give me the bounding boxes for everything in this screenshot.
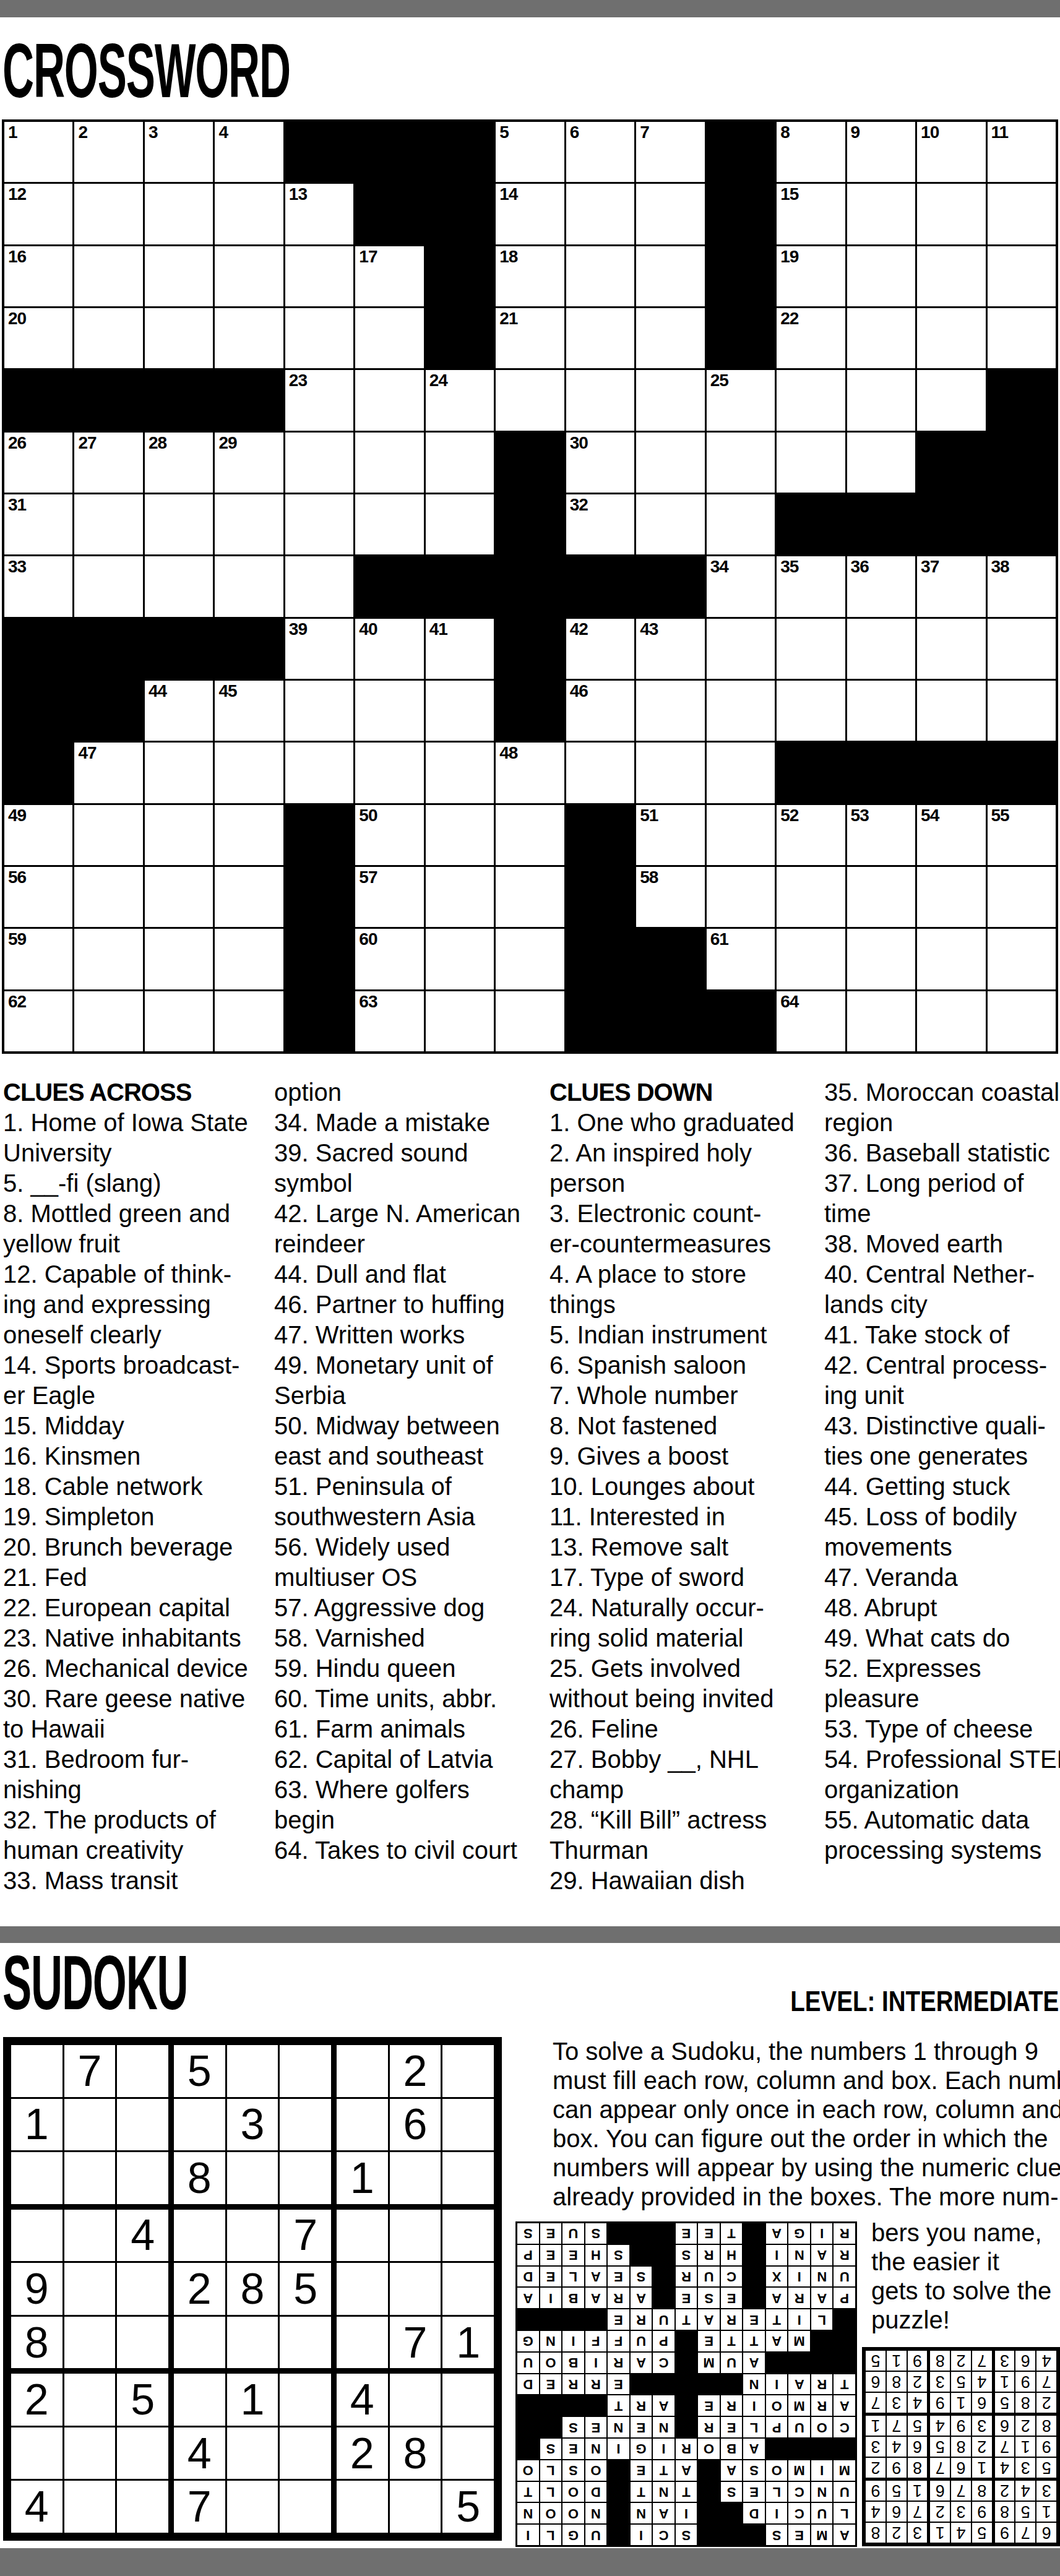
sudoku-solution-cell: 9 <box>1015 2372 1035 2392</box>
sudoku-cell-r5c4[interactable]: 2 <box>174 2263 225 2315</box>
crossword-cell-r7c4[interactable] <box>215 494 283 554</box>
solution-letter-cell: A <box>585 2288 607 2308</box>
crossword-cell-r13c8[interactable] <box>496 867 564 927</box>
sudoku-cell-r2c3[interactable] <box>117 2099 168 2151</box>
crossword-cell-r4c1[interactable]: 20 <box>4 308 72 368</box>
crossword-cell-r7c9[interactable]: 32 <box>566 494 634 554</box>
solution-letter-cell: M <box>698 2353 720 2373</box>
crossword-cell-r13c13[interactable] <box>847 867 915 927</box>
crossword-cell-r13c3[interactable] <box>145 867 213 927</box>
clue-line: 4. A place to store <box>549 1259 795 1290</box>
crossword-cell-r2c9[interactable] <box>566 184 634 244</box>
sudoku-cell-r4c4[interactable] <box>174 2210 225 2262</box>
crossword-cell-r14c15[interactable] <box>988 929 1056 989</box>
crossword-cell-r9c5[interactable]: 39 <box>285 619 353 679</box>
crossword-cell-r9c6[interactable]: 40 <box>355 619 423 679</box>
crossword-cell-r8c12[interactable]: 35 <box>777 556 845 616</box>
crossword-cell-r1c15[interactable]: 11 <box>988 122 1056 182</box>
crossword-cell-r4c6[interactable] <box>355 308 423 368</box>
crossword-cell-r3c5[interactable] <box>285 246 353 306</box>
sudoku-cell-r7c2[interactable] <box>64 2374 116 2426</box>
sudoku-cell-r6c4[interactable] <box>174 2317 225 2369</box>
crossword-cell-r10c13[interactable] <box>847 681 915 741</box>
sudoku-cell-r8c3[interactable] <box>117 2427 168 2479</box>
crossword-cell-r1c1[interactable]: 1 <box>4 122 72 182</box>
sudoku-cell-r3c2[interactable] <box>64 2152 116 2204</box>
top-divider-bar <box>0 0 1060 17</box>
sudoku-cell-r6c6[interactable] <box>280 2317 331 2369</box>
sudoku-cell-r4c3[interactable]: 4 <box>117 2210 168 2262</box>
sudoku-cell-r7c5[interactable]: 1 <box>227 2374 278 2426</box>
sudoku-cell-r1c6[interactable] <box>280 2045 331 2097</box>
crossword-cell-r12c13[interactable]: 53 <box>847 805 915 865</box>
sudoku-cell-r2c5[interactable]: 3 <box>227 2099 278 2151</box>
crossword-cell-r6c11[interactable] <box>707 433 775 493</box>
crossword-cell-r15c15[interactable] <box>988 991 1056 1051</box>
sudoku-cell-r9c5[interactable] <box>227 2481 278 2533</box>
crossword-cell-r7c1[interactable]: 31 <box>4 494 72 554</box>
sudoku-cell-r1c5[interactable] <box>227 2045 278 2097</box>
sudoku-cell-r8c9[interactable] <box>442 2427 494 2479</box>
crossword-cell-r14c12[interactable] <box>777 929 845 989</box>
clue-line: 46. Partner to huffing <box>274 1290 520 1320</box>
crossword-cell-r13c11[interactable] <box>707 867 775 927</box>
sudoku-solution-cell: 1 <box>930 2523 950 2543</box>
crossword-cell-r13c15[interactable] <box>988 867 1056 927</box>
sudoku-cell-r6c1[interactable]: 8 <box>11 2317 62 2369</box>
sudoku-cell-r4c6[interactable]: 7 <box>280 2210 331 2262</box>
crossword-cell-r3c4[interactable] <box>215 246 283 306</box>
sudoku-cell-r9c8[interactable] <box>390 2481 441 2533</box>
crossword-cell-r5c13[interactable] <box>847 370 915 430</box>
crossword-cell-r4c14[interactable] <box>917 308 985 368</box>
crossword-cell-r4c9[interactable] <box>566 308 634 368</box>
crossword-cell-r1c2[interactable]: 2 <box>74 122 142 182</box>
clue-number: 41 <box>429 619 447 639</box>
sudoku-cell-r3c9[interactable] <box>442 2152 494 2204</box>
crossword-cell-r4c10[interactable] <box>636 308 704 368</box>
crossword-cell-r12c4[interactable] <box>215 805 283 865</box>
crossword-cell-r2c13[interactable] <box>847 184 915 244</box>
sudoku-cell-r2c4[interactable] <box>174 2099 225 2151</box>
solution-letter-cell: A <box>698 2309 720 2330</box>
crossword-cell-r6c3[interactable]: 28 <box>145 433 213 493</box>
crossword-cell-r14c6[interactable]: 60 <box>355 929 423 989</box>
sudoku-cell-r7c4[interactable] <box>174 2374 225 2426</box>
crossword-cell-r13c7[interactable] <box>426 867 494 927</box>
crossword-cell-r8c3[interactable] <box>145 556 213 616</box>
crossword-cell-r3c15[interactable] <box>988 246 1056 306</box>
crossword-cell-r10c7[interactable] <box>426 681 494 741</box>
solution-letter-cell: N <box>540 2331 562 2351</box>
crossword-cell-r9c7[interactable]: 41 <box>426 619 494 679</box>
sudoku-cell-r5c2[interactable] <box>64 2263 116 2315</box>
crossword-cell-r15c7[interactable] <box>426 991 494 1051</box>
crossword-cell-r3c9[interactable] <box>566 246 634 306</box>
sudoku-cell-r3c5[interactable] <box>227 2152 278 2204</box>
crossword-cell-r5c7[interactable]: 24 <box>426 370 494 430</box>
crossword-cell-r1c14[interactable]: 10 <box>917 122 985 182</box>
crossword-cell-r8c4[interactable] <box>215 556 283 616</box>
crossword-black-cell <box>847 494 915 554</box>
crossword-cell-r5c10[interactable] <box>636 370 704 430</box>
crossword-cell-r3c8[interactable]: 18 <box>496 246 564 306</box>
crossword-cell-r8c5[interactable] <box>285 556 353 616</box>
crossword-cell-r12c2[interactable] <box>74 805 142 865</box>
crossword-cell-r12c8[interactable] <box>496 805 564 865</box>
crossword-cell-r14c7[interactable] <box>426 929 494 989</box>
crossword-black-cell <box>4 681 72 741</box>
crossword-cell-r5c11[interactable]: 25 <box>707 370 775 430</box>
crossword-cell-r4c15[interactable] <box>988 308 1056 368</box>
crossword-cell-r13c10[interactable]: 58 <box>636 867 704 927</box>
crossword-cell-r5c8[interactable] <box>496 370 564 430</box>
crossword-cell-r13c14[interactable] <box>917 867 985 927</box>
crossword-cell-r15c14[interactable] <box>917 991 985 1051</box>
crossword-cell-r7c11[interactable] <box>707 494 775 554</box>
sudoku-cell-r7c6[interactable] <box>280 2374 331 2426</box>
crossword-cell-r4c4[interactable] <box>215 308 283 368</box>
crossword-cell-r14c8[interactable] <box>496 929 564 989</box>
crossword-cell-r15c13[interactable] <box>847 991 915 1051</box>
sudoku-cell-r2c7[interactable] <box>337 2099 388 2151</box>
sudoku-cell-r1c2[interactable]: 7 <box>64 2045 116 2097</box>
crossword-cell-r11c8[interactable]: 48 <box>496 743 564 803</box>
solution-black-cell <box>834 2331 855 2351</box>
crossword-cell-r10c12[interactable] <box>777 681 845 741</box>
sudoku-cell-r9c3[interactable] <box>117 2481 168 2533</box>
crossword-cell-r10c14[interactable] <box>917 681 985 741</box>
sudoku-solution-box: 167285394 <box>930 2416 991 2478</box>
crossword-cell-r3c3[interactable] <box>145 246 213 306</box>
solution-black-cell <box>585 2395 607 2416</box>
crossword-cell-r9c14[interactable] <box>917 619 985 679</box>
crossword-cell-r3c12[interactable]: 19 <box>777 246 845 306</box>
crossword-cell-r8c13[interactable]: 36 <box>847 556 915 616</box>
sudoku-cell-r5c7[interactable] <box>337 2263 388 2315</box>
crossword-cell-r10c6[interactable] <box>355 681 423 741</box>
crossword-cell-r6c7[interactable] <box>426 433 494 493</box>
crossword-cell-r7c2[interactable] <box>74 494 142 554</box>
crossword-cell-r10c3[interactable]: 44 <box>145 681 213 741</box>
solution-letter-cell: R <box>788 2288 810 2308</box>
crossword-cell-r5c14[interactable] <box>917 370 985 430</box>
sudoku-box: 538 <box>174 2045 331 2204</box>
clue-number: 22 <box>780 309 798 329</box>
crossword-cell-r3c1[interactable]: 16 <box>4 246 72 306</box>
crossword-cell-r7c10[interactable] <box>636 494 704 554</box>
solution-letter-cell: R <box>608 2288 629 2308</box>
crossword-cell-r9c10[interactable]: 43 <box>636 619 704 679</box>
crossword-cell-r12c15[interactable]: 55 <box>988 805 1056 865</box>
sudoku-cell-r2c8[interactable]: 6 <box>390 2099 441 2151</box>
sudoku-cell-r6c5[interactable] <box>227 2317 278 2369</box>
sudoku-cell-r5c1[interactable]: 9 <box>11 2263 62 2315</box>
crossword-cell-r4c5[interactable] <box>285 308 353 368</box>
crossword-cell-r14c14[interactable] <box>917 929 985 989</box>
solution-letter-cell: S <box>562 2460 584 2481</box>
crossword-cell-r12c3[interactable] <box>145 805 213 865</box>
sudoku-cell-r7c7[interactable]: 4 <box>337 2374 388 2426</box>
sudoku-cell-r2c2[interactable] <box>64 2099 116 2151</box>
sudoku-cell-r7c1[interactable]: 2 <box>11 2374 62 2426</box>
crossword-cell-r8c14[interactable]: 37 <box>917 556 985 616</box>
crossword-black-cell <box>988 433 1056 493</box>
clue-line: 32. The products of <box>3 1805 248 1835</box>
crossword-cell-r3c13[interactable] <box>847 246 915 306</box>
clue-line: 49. What cats do <box>824 1623 1060 1653</box>
crossword-cell-r6c10[interactable] <box>636 433 704 493</box>
crossword-cell-r15c6[interactable]: 63 <box>355 991 423 1051</box>
crossword-cell-r3c2[interactable] <box>74 246 142 306</box>
sudoku-cell-r1c3[interactable] <box>117 2045 168 2097</box>
sudoku-cell-r4c1[interactable] <box>11 2210 62 2262</box>
crossword-cell-r11c11[interactable] <box>707 743 775 803</box>
crossword-cell-r11c4[interactable] <box>215 743 283 803</box>
solution-letter-cell: D <box>585 2482 607 2502</box>
crossword-cell-r3c6[interactable]: 17 <box>355 246 423 306</box>
sudoku-cell-r8c6[interactable] <box>280 2427 331 2479</box>
crossword-cell-r4c13[interactable] <box>847 308 915 368</box>
crossword-cell-r7c6[interactable] <box>355 494 423 554</box>
crossword-cell-r6c1[interactable]: 26 <box>4 433 72 493</box>
crossword-cell-r3c10[interactable] <box>636 246 704 306</box>
sudoku-cell-r9c1[interactable]: 4 <box>11 2481 62 2533</box>
crossword-cell-r15c4[interactable] <box>215 991 283 1051</box>
crossword-cell-r2c5[interactable]: 13 <box>285 184 353 244</box>
solution-letter-cell: M <box>788 2460 810 2481</box>
crossword-cell-r2c4[interactable] <box>215 184 283 244</box>
clue-line: 41. Take stock of <box>824 1320 1060 1350</box>
solution-black-cell <box>653 2288 674 2308</box>
crossword-cell-r10c9[interactable]: 46 <box>566 681 634 741</box>
crossword-cell-r5c5[interactable]: 23 <box>285 370 353 430</box>
crossword-cell-r2c12[interactable]: 15 <box>777 184 845 244</box>
crossword-cell-r2c3[interactable] <box>145 184 213 244</box>
solution-letter-cell: S <box>721 2482 743 2502</box>
sudoku-cell-r8c5[interactable] <box>227 2427 278 2479</box>
crossword-cell-r3c14[interactable] <box>917 246 985 306</box>
crossword-cell-r12c7[interactable] <box>426 805 494 865</box>
sudoku-cell-r2c6[interactable] <box>280 2099 331 2151</box>
sudoku-cell-r4c5[interactable] <box>227 2210 278 2262</box>
sudoku-cell-r3c8[interactable] <box>390 2152 441 2204</box>
sudoku-cell-r3c1[interactable] <box>11 2152 62 2204</box>
crossword-cell-r15c2[interactable] <box>74 991 142 1051</box>
sudoku-cell-r1c4[interactable]: 5 <box>174 2045 225 2097</box>
sudoku-cell-r6c3[interactable] <box>117 2317 168 2369</box>
crossword-cell-r9c12[interactable] <box>777 619 845 679</box>
clue-number: 40 <box>359 619 377 639</box>
crossword-cell-r14c1[interactable]: 59 <box>4 929 72 989</box>
crossword-cell-r10c11[interactable] <box>707 681 775 741</box>
crossword-cell-r2c1[interactable]: 12 <box>4 184 72 244</box>
crossword-cell-r7c3[interactable] <box>145 494 213 554</box>
sudoku-cell-r7c3[interactable]: 5 <box>117 2374 168 2426</box>
solution-letter-cell: E <box>788 2525 810 2545</box>
crossword-black-cell <box>707 122 775 182</box>
sudoku-cell-r8c7[interactable]: 2 <box>337 2427 388 2479</box>
crossword-cell-r6c9[interactable]: 30 <box>566 433 634 493</box>
crossword-cell-r9c11[interactable] <box>707 619 775 679</box>
crossword-cell-r6c4[interactable]: 29 <box>215 433 283 493</box>
crossword-cell-r8c1[interactable]: 33 <box>4 556 72 616</box>
crossword-cell-r12c12[interactable]: 52 <box>777 805 845 865</box>
crossword-cell-r1c3[interactable]: 3 <box>145 122 213 182</box>
sudoku-cell-r5c5[interactable]: 8 <box>227 2263 278 2315</box>
crossword-cell-r11c5[interactable] <box>285 743 353 803</box>
crossword-cell-r11c7[interactable] <box>426 743 494 803</box>
sudoku-cell-r1c9[interactable] <box>442 2045 494 2097</box>
crossword-cell-r1c4[interactable]: 4 <box>215 122 283 182</box>
crossword-cell-r6c6[interactable] <box>355 433 423 493</box>
crossword-cell-r1c13[interactable]: 9 <box>847 122 915 182</box>
sudoku-cell-r9c9[interactable]: 5 <box>442 2481 494 2533</box>
crossword-cell-r10c10[interactable] <box>636 681 704 741</box>
crossword-cell-r12c11[interactable] <box>707 805 775 865</box>
crossword-cell-r11c2[interactable]: 47 <box>74 743 142 803</box>
crossword-cell-r10c15[interactable] <box>988 681 1056 741</box>
crossword-cell-r14c13[interactable] <box>847 929 915 989</box>
crossword-cell-r5c9[interactable] <box>566 370 634 430</box>
crossword-cell-r11c6[interactable] <box>355 743 423 803</box>
crossword-cell-r12c6[interactable]: 50 <box>355 805 423 865</box>
sudoku-cell-r3c7[interactable]: 1 <box>337 2152 388 2204</box>
sudoku-cell-r8c4[interactable]: 4 <box>174 2427 225 2479</box>
sudoku-cell-r9c6[interactable] <box>280 2481 331 2533</box>
crossword-cell-r13c1[interactable]: 56 <box>4 867 72 927</box>
sudoku-cell-r9c4[interactable]: 7 <box>174 2481 225 2533</box>
crossword-cell-r4c2[interactable] <box>74 308 142 368</box>
sudoku-cell-r5c6[interactable]: 5 <box>280 2263 331 2315</box>
sudoku-cell-r5c3[interactable] <box>117 2263 168 2315</box>
sudoku-cell-r4c8[interactable] <box>390 2210 441 2262</box>
solution-letter-cell: A <box>631 2288 652 2308</box>
sudoku-cell-r8c1[interactable] <box>11 2427 62 2479</box>
crossword-cell-r10c4[interactable]: 45 <box>215 681 283 741</box>
crossword-cell-r14c3[interactable] <box>145 929 213 989</box>
sudoku-cell-r5c8[interactable] <box>390 2263 441 2315</box>
solution-letter-cell: C <box>721 2267 743 2287</box>
crossword-cell-r8c2[interactable] <box>74 556 142 616</box>
sudoku-cell-r2c9[interactable] <box>442 2099 494 2151</box>
crossword-cell-r5c6[interactable] <box>355 370 423 430</box>
sudoku-cell-r6c9[interactable]: 1 <box>442 2317 494 2369</box>
clue-line: 42. Central process- <box>824 1350 1060 1381</box>
crossword-cell-r9c9[interactable]: 42 <box>566 619 634 679</box>
crossword-cell-r2c8[interactable]: 14 <box>496 184 564 244</box>
crossword-cell-r13c6[interactable]: 57 <box>355 867 423 927</box>
crossword-cell-r6c12[interactable] <box>777 433 845 493</box>
crossword-cell-r2c2[interactable] <box>74 184 142 244</box>
crossword-cell-r6c13[interactable] <box>847 433 915 493</box>
sudoku-solution-cell: 6 <box>1015 2351 1035 2371</box>
crossword-cell-r9c13[interactable] <box>847 619 915 679</box>
solution-letter-cell: E <box>562 2245 584 2265</box>
crossword-cell-r7c5[interactable] <box>285 494 353 554</box>
solution-letter-cell: N <box>517 2503 539 2523</box>
crossword-cell-r15c3[interactable] <box>145 991 213 1051</box>
crossword-cell-r2c15[interactable] <box>988 184 1056 244</box>
sudoku-cell-r6c8[interactable]: 7 <box>390 2317 441 2369</box>
crossword-cell-r15c8[interactable] <box>496 991 564 1051</box>
crossword-cell-r1c10[interactable]: 7 <box>636 122 704 182</box>
crossword-cell-r6c5[interactable] <box>285 433 353 493</box>
crossword-cell-r12c14[interactable]: 54 <box>917 805 985 865</box>
crossword-cell-r11c10[interactable] <box>636 743 704 803</box>
crossword-cell-r10c5[interactable] <box>285 681 353 741</box>
sudoku-cell-r3c3[interactable] <box>117 2152 168 2204</box>
sudoku-cell-r3c4[interactable]: 8 <box>174 2152 225 2204</box>
sudoku-cell-r8c8[interactable]: 8 <box>390 2427 441 2479</box>
crossword-cell-r4c12[interactable]: 22 <box>777 308 845 368</box>
crossword-cell-r6c2[interactable]: 27 <box>74 433 142 493</box>
sudoku-solution-cell: 7 <box>1015 2523 1035 2543</box>
sudoku-solution-box: 285791463 <box>995 2351 1056 2413</box>
sudoku-cell-r1c7[interactable] <box>337 2045 388 2097</box>
crossword-cell-r1c12[interactable]: 8 <box>777 122 845 182</box>
clue-line: 12. Capable of think- <box>3 1259 248 1290</box>
sudoku-cell-r7c8[interactable] <box>390 2374 441 2426</box>
crossword-cell-r5c12[interactable] <box>777 370 845 430</box>
sudoku-cell-r9c7[interactable] <box>337 2481 388 2533</box>
crossword-cell-r1c8[interactable]: 5 <box>496 122 564 182</box>
crossword-cell-r4c8[interactable]: 21 <box>496 308 564 368</box>
sudoku-cell-r5c9[interactable] <box>442 2263 494 2315</box>
crossword-cell-r7c7[interactable] <box>426 494 494 554</box>
crossword-cell-r15c12[interactable]: 64 <box>777 991 845 1051</box>
sudoku-cell-r2c1[interactable]: 1 <box>11 2099 62 2151</box>
sudoku-cell-r4c7[interactable] <box>337 2210 388 2262</box>
clue-number: 56 <box>8 868 26 887</box>
instruction-line: puzzle! <box>871 2306 1060 2335</box>
crossword-cell-r2c10[interactable] <box>636 184 704 244</box>
crossword-cell-r13c12[interactable] <box>777 867 845 927</box>
crossword-cell-r4c3[interactable] <box>145 308 213 368</box>
crossword-cell-r9c15[interactable] <box>988 619 1056 679</box>
sudoku-cell-r7c9[interactable] <box>442 2374 494 2426</box>
sudoku-cell-r4c2[interactable] <box>64 2210 116 2262</box>
crossword-cell-r11c9[interactable] <box>566 743 634 803</box>
crossword-cell-r14c4[interactable] <box>215 929 283 989</box>
sudoku-cell-r3c6[interactable] <box>280 2152 331 2204</box>
sudoku-cell-r9c2[interactable] <box>64 2481 116 2533</box>
solution-letter-cell: I <box>766 2245 788 2265</box>
crossword-cell-r8c15[interactable]: 38 <box>988 556 1056 616</box>
sudoku-cell-r6c2[interactable] <box>64 2317 116 2369</box>
solution-letter-cell: A <box>653 2503 674 2523</box>
crossword-cell-r11c3[interactable] <box>145 743 213 803</box>
crossword-cell-r1c9[interactable]: 6 <box>566 122 634 182</box>
sudoku-cell-r1c8[interactable]: 2 <box>390 2045 441 2097</box>
sudoku-cell-r1c1[interactable] <box>11 2045 62 2097</box>
solution-letter-cell: E <box>608 2267 629 2287</box>
crossword-cell-r13c4[interactable] <box>215 867 283 927</box>
sudoku-cell-r4c9[interactable] <box>442 2210 494 2262</box>
crossword-cell-r15c1[interactable]: 62 <box>4 991 72 1051</box>
crossword-cell-r12c1[interactable]: 49 <box>4 805 72 865</box>
sudoku-cell-r8c2[interactable] <box>64 2427 116 2479</box>
crossword-cell-r14c11[interactable]: 61 <box>707 929 775 989</box>
crossword-cell-r2c14[interactable] <box>917 184 985 244</box>
crossword-cell-r8c11[interactable]: 34 <box>707 556 775 616</box>
solution-letter-cell: U <box>788 2417 810 2437</box>
crossword-cell-r13c2[interactable] <box>74 867 142 927</box>
sudoku-cell-r6c7[interactable] <box>337 2317 388 2369</box>
crossword-cell-r12c10[interactable]: 51 <box>636 805 704 865</box>
solution-letter-cell: S <box>766 2525 788 2545</box>
crossword-cell-r14c2[interactable] <box>74 929 142 989</box>
